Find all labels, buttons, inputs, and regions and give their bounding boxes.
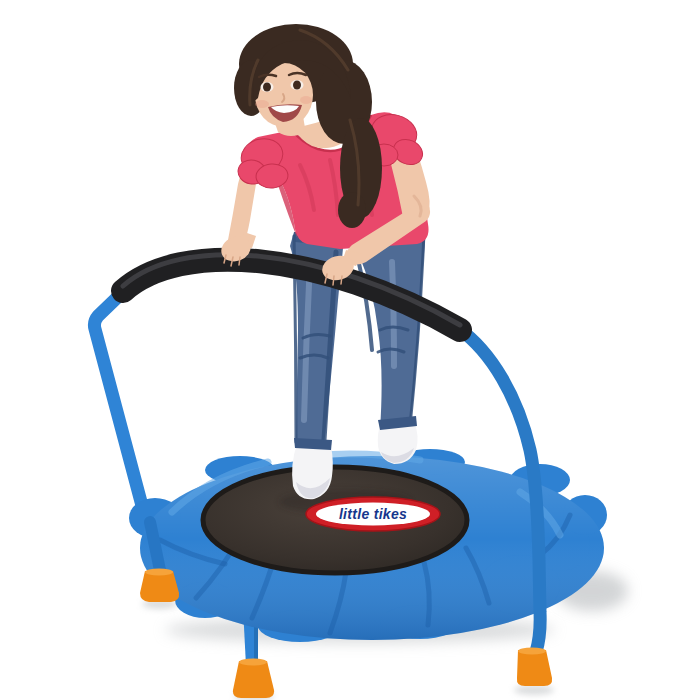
product-photo: little tikes: [0, 0, 700, 700]
brand-logo-text: little tikes: [339, 506, 407, 522]
blush-left: [255, 100, 269, 108]
blush-right: [300, 96, 312, 104]
foot-left: [140, 571, 179, 602]
jeans-hem-left: [294, 438, 332, 450]
hair-tip: [338, 192, 366, 228]
foot-center-top: [239, 659, 267, 666]
foot-left-top: [145, 569, 173, 576]
eye-left: [263, 83, 271, 92]
foot-right-top: [518, 648, 546, 655]
eye-right: [293, 81, 301, 90]
brand-logo: little tikes: [306, 497, 440, 531]
foot-center: [233, 661, 274, 698]
foot-right: [517, 650, 552, 686]
scene-canvas: little tikes: [0, 0, 700, 700]
shadow-foot-right: [514, 685, 554, 695]
